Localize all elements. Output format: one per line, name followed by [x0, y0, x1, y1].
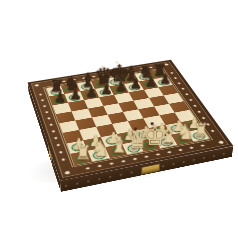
black-pawn: ♟: [98, 82, 114, 95]
white-rook: ♜: [74, 143, 92, 162]
white-rook: ♜: [192, 121, 209, 139]
scene: ♜♞♝♛♚♝♞♜♟♟♟♟♟♟♟♟♟♟♟♟♟♟♟♟♜♞♝♛♚♝♞♜: [0, 0, 238, 238]
white-knight: ♞: [92, 138, 110, 159]
square-a1: ♜: [70, 150, 92, 164]
frame-medallion-top-left: [34, 84, 40, 87]
black-pawn: ♟: [157, 72, 172, 85]
black-pawn: ♟: [83, 84, 99, 98]
frame-medallion-bottom-right: [218, 140, 225, 144]
square-h4: [169, 101, 190, 113]
black-pawn: ♟: [68, 87, 84, 101]
frame-medallion-bottom-left: [64, 170, 71, 175]
black-pawn: ♟: [143, 75, 158, 88]
brass-clasp-left: [48, 145, 53, 164]
square-b5: [72, 109, 92, 121]
white-bishop: ♝: [109, 134, 127, 156]
square-a7: ♟: [49, 94, 68, 105]
black-pawn: ♟: [52, 90, 68, 104]
chess-board: ♜♞♝♛♚♝♞♜♟♟♟♟♟♟♟♟♟♟♟♟♟♟♟♟♜♞♝♛♚♝♞♜: [28, 60, 234, 181]
chess-set-photo: ♜♞♝♛♚♝♞♜♟♟♟♟♟♟♟♟♟♟♟♟♟♟♟♟♜♞♝♛♚♝♞♜: [0, 0, 238, 238]
square-d4: [107, 112, 127, 124]
brass-hinge-front: [141, 163, 160, 174]
black-pawn: ♟: [128, 77, 143, 90]
black-pawn: ♟: [113, 80, 129, 93]
